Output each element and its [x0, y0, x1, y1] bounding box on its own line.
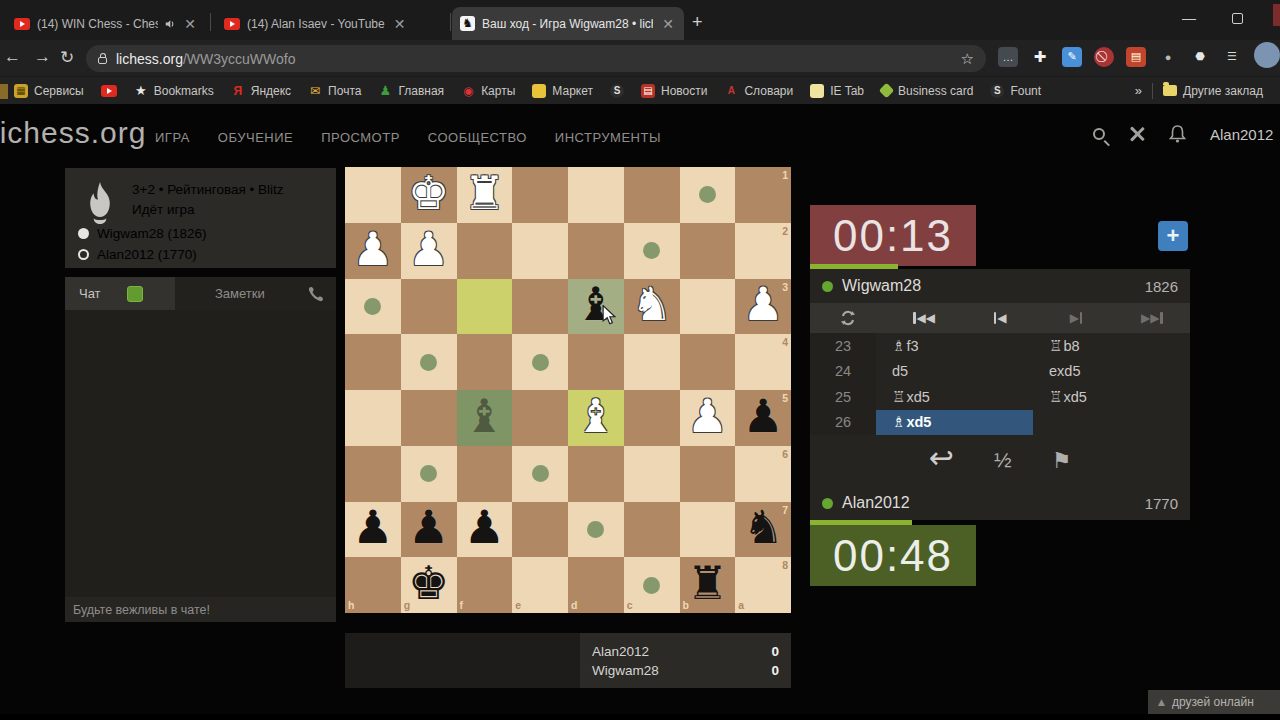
- square-h4[interactable]: [345, 334, 401, 390]
- white-player-line[interactable]: Wigwam28 (1826): [78, 226, 207, 241]
- square-f8[interactable]: f: [457, 557, 513, 613]
- market-bag-icon: [532, 84, 546, 98]
- move-number: 24: [810, 359, 876, 385]
- white-pawn[interactable]: ♟: [687, 393, 728, 439]
- bookmark-label: Почта: [328, 84, 361, 98]
- player-clock: 00:48: [810, 525, 976, 586]
- square-e1[interactable]: [512, 167, 568, 223]
- square-h7[interactable]: ♟: [345, 502, 401, 558]
- square-d1[interactable]: [568, 167, 624, 223]
- rank-coordinate: 6: [782, 448, 788, 460]
- news-icon: ▤: [641, 84, 655, 98]
- flip-cycle-icon[interactable]: [810, 303, 886, 333]
- rank-coordinate: 3: [782, 281, 788, 293]
- page-icon: [810, 84, 824, 98]
- opponent-clock: 00:13: [810, 205, 976, 266]
- legal-move-dot[interactable]: [364, 298, 381, 315]
- bookmarks-overflow-chevron[interactable]: »: [1135, 83, 1152, 98]
- friends-online-bar[interactable]: ▲ друзей онлайн: [1148, 690, 1280, 714]
- legal-move-dot[interactable]: [643, 242, 660, 259]
- lichess-logo[interactable]: lichess.org: [0, 116, 146, 150]
- tab-close-icon[interactable]: ✕: [392, 16, 408, 32]
- youtube-favicon: [14, 18, 30, 30]
- extension-dots-icon[interactable]: …: [998, 47, 1018, 67]
- square-a7[interactable]: ♞7: [735, 502, 791, 558]
- black-pawn[interactable]: ♟: [408, 504, 449, 550]
- legal-move-dot[interactable]: [532, 465, 549, 482]
- offer-draw-button[interactable]: ½: [994, 448, 1012, 472]
- crosstable-score: 0: [771, 663, 779, 678]
- online-dot: [822, 281, 833, 292]
- bookmark-label: Яндекс: [251, 84, 291, 98]
- square-d2[interactable]: [568, 223, 624, 279]
- mouse-cursor-icon: [601, 305, 617, 325]
- bookmark-star-icon[interactable]: ☆: [961, 50, 974, 68]
- bookmark-label: Карты: [481, 84, 515, 98]
- bookmark-label: Маркет: [552, 84, 593, 98]
- move-list: 23♗f3♖b824d5exd525♖xd5♖xd526♗xd5: [810, 333, 1190, 435]
- square-g6[interactable]: [401, 446, 457, 502]
- square-b2[interactable]: [680, 223, 736, 279]
- star-icon: ★: [134, 84, 148, 98]
- square-c6[interactable]: [624, 446, 680, 502]
- extensions-puzzle-icon[interactable]: ⬣: [1190, 47, 1210, 67]
- square-a1[interactable]: 1: [735, 167, 791, 223]
- bookmark-label: Сервисы: [34, 84, 84, 98]
- bookmark-item[interactable]: ◉Карты: [461, 84, 515, 98]
- online-dot: [822, 498, 833, 509]
- square-a3[interactable]: ♟3: [735, 279, 791, 335]
- url-host: lichess.org: [116, 51, 183, 67]
- square-f3[interactable]: [457, 279, 513, 335]
- piece-figurine: ♖: [1049, 388, 1062, 406]
- square-a2[interactable]: 2: [735, 223, 791, 279]
- square-g3[interactable]: [401, 279, 457, 335]
- bookmark-item[interactable]: ♟Главная: [378, 84, 444, 98]
- window-minimize-button[interactable]: —: [1182, 10, 1196, 26]
- map-pin-icon: ◉: [461, 84, 475, 98]
- file-coordinate: h: [348, 599, 354, 611]
- square-g2[interactable]: ♟: [401, 223, 457, 279]
- move-number: 25: [810, 384, 876, 410]
- tab-chat[interactable]: Чат: [65, 277, 175, 310]
- tab-separator: [450, 13, 451, 31]
- chat-messages-area[interactable]: [65, 310, 336, 597]
- square-e5[interactable]: [512, 390, 568, 446]
- yandex-icon: Я: [231, 84, 245, 98]
- square-f7[interactable]: ♟: [457, 502, 513, 558]
- services-icon: ▦: [14, 84, 28, 98]
- file-coordinate: a: [738, 599, 744, 611]
- square-f5[interactable]: ♝: [457, 390, 513, 446]
- window-restore-button[interactable]: [1232, 13, 1243, 24]
- phone-icon: [308, 286, 324, 302]
- bookmark-label: IE Tab: [830, 84, 864, 98]
- dictionary-icon: A: [724, 84, 738, 98]
- bookmarks-bar: ▦Сервисы★BookmarksЯЯндекс✉Почта♟Главная◉…: [0, 76, 1280, 104]
- legal-move-dot[interactable]: [587, 521, 604, 538]
- s-circle-icon: S: [990, 84, 1004, 98]
- square-f2[interactable]: [457, 223, 513, 279]
- tab-close-icon[interactable]: ✕: [182, 16, 198, 32]
- white-rook[interactable]: ♜: [464, 170, 505, 216]
- white-knight[interactable]: ♞: [631, 281, 672, 327]
- white-pawn[interactable]: ♟: [408, 226, 449, 272]
- browser-tab-strip: (14) WIN Chess - Chess Musi✕(14) Alan Is…: [0, 0, 1280, 40]
- bookmark-item[interactable]: ЯЯндекс: [231, 84, 291, 98]
- black-color-icon: [78, 249, 89, 260]
- move-san[interactable]: ♖xd5: [1033, 384, 1190, 410]
- square-h6[interactable]: [345, 446, 401, 502]
- black-pawn[interactable]: ♟: [464, 504, 505, 550]
- square-b8[interactable]: ♜b: [680, 557, 736, 613]
- opponent-row[interactable]: Wigwam28 1826: [810, 269, 1190, 303]
- tab-close-icon[interactable]: ✕: [660, 16, 676, 32]
- move-number: 23: [810, 333, 876, 359]
- pawn-icon: ♟: [378, 84, 392, 98]
- resign-flag-icon[interactable]: ⚑: [1051, 448, 1071, 473]
- folder-icon: [1163, 85, 1177, 96]
- rank-coordinate: 2: [782, 225, 788, 237]
- square-b5[interactable]: ♟: [680, 390, 736, 446]
- youtube-icon: [101, 85, 117, 97]
- profile-avatar[interactable]: [1254, 42, 1280, 68]
- square-c7[interactable]: [624, 502, 680, 558]
- browser-tab[interactable]: (14) Alan Isaev - YouTube✕: [216, 7, 446, 40]
- square-d4[interactable]: [568, 334, 624, 390]
- white-pawn[interactable]: ♟: [352, 226, 393, 272]
- square-a4[interactable]: 4: [735, 334, 791, 390]
- new-tab-button[interactable]: +: [692, 12, 703, 33]
- reload-icon[interactable]: ↻: [60, 47, 74, 68]
- file-coordinate: c: [627, 599, 633, 611]
- file-coordinate: b: [683, 599, 689, 611]
- move-san[interactable]: exd5: [1033, 359, 1190, 385]
- square-h3[interactable]: [345, 279, 401, 335]
- piece-figurine: ♗: [892, 337, 905, 355]
- file-coordinate: d: [571, 599, 577, 611]
- search-icon[interactable]: [1093, 128, 1105, 140]
- square-d8[interactable]: d: [568, 557, 624, 613]
- square-h8[interactable]: h: [345, 557, 401, 613]
- white-pawn[interactable]: ♟: [743, 281, 784, 327]
- tab-title: (14) Alan Isaev - YouTube: [247, 17, 385, 31]
- move-san[interactable]: ♖b8: [1033, 333, 1190, 359]
- bookmark-item[interactable]: SFount: [990, 84, 1041, 98]
- playlist-icon[interactable]: ☰: [1222, 47, 1242, 67]
- file-coordinate: e: [515, 599, 521, 611]
- square-c1[interactable]: [624, 167, 680, 223]
- piece-figurine: ♖: [892, 388, 905, 406]
- extension-adblock-icon[interactable]: ⃠: [1094, 47, 1114, 67]
- challenges-swords-icon[interactable]: [1129, 126, 1145, 142]
- square-a6[interactable]: 6: [735, 446, 791, 502]
- square-e3[interactable]: [512, 279, 568, 335]
- square-g7[interactable]: ♟: [401, 502, 457, 558]
- white-bishop[interactable]: ♝: [575, 393, 616, 439]
- legal-move-dot[interactable]: [420, 354, 437, 371]
- extension-store-icon[interactable]: ▤: [1126, 47, 1146, 67]
- site-nav-обучение[interactable]: ОБУЧЕНИЕ: [218, 130, 293, 145]
- back-icon[interactable]: ←: [4, 47, 21, 67]
- tab-title: (14) WIN Chess - Chess Musi: [37, 17, 158, 31]
- tab-speaker-icon[interactable]: [165, 18, 176, 30]
- square-a8[interactable]: a8: [735, 557, 791, 613]
- square-h1[interactable]: [345, 167, 401, 223]
- bookmark-item[interactable]: ▤Новости: [641, 84, 707, 98]
- black-king[interactable]: ♚: [408, 560, 449, 606]
- bookmark-item[interactable]: [101, 85, 117, 97]
- youtube-favicon: [224, 18, 240, 30]
- square-g5[interactable]: [401, 390, 457, 446]
- legal-move-dot[interactable]: [420, 465, 437, 482]
- file-coordinate: f: [460, 599, 464, 611]
- legal-move-dot[interactable]: [699, 186, 716, 203]
- notifications-bell-icon[interactable]: [1169, 125, 1186, 143]
- move-row: 26♗xd5: [810, 410, 1190, 436]
- white-king[interactable]: ♚: [408, 170, 449, 216]
- bookmark-item[interactable]: Маркет: [532, 84, 593, 98]
- square-b7[interactable]: [680, 502, 736, 558]
- browser-tab[interactable]: (14) WIN Chess - Chess Musi✕: [6, 7, 206, 40]
- url-path: /WW3yccuWWofo: [183, 51, 296, 67]
- site-nav-сообщество[interactable]: СООБЩЕСТВО: [428, 130, 527, 145]
- square-c5[interactable]: [624, 390, 680, 446]
- move-row: 23♗f3♖b8: [810, 333, 1190, 359]
- chat-notice: Будьте вежливы в чате!: [65, 597, 336, 622]
- site-nav-инструменты[interactable]: ИНСТРУМЕНТЫ: [555, 130, 661, 145]
- bookmark-label: Новости: [661, 84, 707, 98]
- forward-icon[interactable]: →: [34, 47, 51, 67]
- rank-coordinate: 1: [782, 169, 788, 181]
- square-e2[interactable]: [512, 223, 568, 279]
- last-move-button[interactable]: ▶▶: [1114, 303, 1190, 333]
- square-g8[interactable]: ♚g: [401, 557, 457, 613]
- square-h2[interactable]: ♟: [345, 223, 401, 279]
- url-field[interactable]: lichess.org/WW3yccuWWofo ☆: [86, 45, 986, 72]
- bookmark-item[interactable]: ★Bookmarks: [134, 84, 214, 98]
- square-f1[interactable]: ♜: [457, 167, 513, 223]
- square-d5[interactable]: ♝: [568, 390, 624, 446]
- other-bookmarks-folder[interactable]: Другие заклад: [1163, 84, 1263, 98]
- black-bishop[interactable]: ♝: [464, 393, 505, 439]
- square-b3[interactable]: [680, 279, 736, 335]
- rank-coordinate: 7: [782, 504, 788, 516]
- file-coordinate: g: [404, 599, 410, 611]
- bookmark-label: Business card: [898, 84, 973, 98]
- window-close-button[interactable]: [1273, 4, 1280, 26]
- bookmark-item[interactable]: Business card: [881, 84, 973, 98]
- move-nav-bar: ◀◀ ◀ ▶ ▶▶: [810, 303, 1190, 333]
- square-e4[interactable]: [512, 334, 568, 390]
- tag-icon: [879, 83, 895, 99]
- tab-notes[interactable]: Заметки: [175, 277, 336, 310]
- browser-tab[interactable]: ♞Ваш ход - Игра Wigwam28 • lich✕: [452, 7, 684, 40]
- move-row: 25♖xd5♖xd5: [810, 384, 1190, 410]
- bookmark-label: Словари: [744, 84, 793, 98]
- move-san[interactable]: ♗f3: [876, 333, 1033, 359]
- first-move-button[interactable]: ◀◀: [886, 303, 962, 333]
- bookmark-item[interactable]: AСловари: [724, 84, 793, 98]
- move-san[interactable]: ♖xd5: [876, 384, 1033, 410]
- crosstable-player: Wigwam28: [592, 663, 659, 678]
- extension-pin-icon[interactable]: ●: [1158, 47, 1178, 67]
- black-pawn[interactable]: ♟: [352, 504, 393, 550]
- square-c2[interactable]: [624, 223, 680, 279]
- bookmark-label: Главная: [398, 84, 444, 98]
- square-e8[interactable]: e: [512, 557, 568, 613]
- crosstable-player: Alan2012: [592, 644, 649, 659]
- bookmark-item[interactable]: IE Tab: [810, 84, 864, 98]
- give-time-button[interactable]: +: [1158, 221, 1188, 251]
- square-d7[interactable]: [568, 502, 624, 558]
- game-status-line: Идёт игра: [132, 202, 195, 217]
- square-h5[interactable]: [345, 390, 401, 446]
- blitz-flame-icon: [83, 182, 117, 224]
- crosstable-row: Wigwam280: [592, 663, 779, 678]
- cut-off-bookmark-icon: [0, 84, 8, 99]
- tab-title: Ваш ход - Игра Wigwam28 • lich: [482, 17, 653, 31]
- bookmark-item[interactable]: ✉Почта: [308, 84, 361, 98]
- white-color-icon: [78, 228, 89, 239]
- extension-icons: … ✚ ✎ ⃠ ▤ ● ⬣ ☰: [998, 45, 1280, 68]
- site-nav: ИГРАОБУЧЕНИЕПРОСМОТРСООБЩЕСТВОИНСТРУМЕНТ…: [155, 130, 661, 145]
- square-f4[interactable]: [457, 334, 513, 390]
- square-b4[interactable]: [680, 334, 736, 390]
- crosstable-row: Alan20120: [592, 644, 779, 659]
- chevron-up-icon: ▲: [1158, 697, 1165, 707]
- s-circle-icon: S: [610, 84, 624, 98]
- square-a5[interactable]: ♟5: [735, 390, 791, 446]
- square-b1[interactable]: [680, 167, 736, 223]
- extension-cross-icon[interactable]: ✚: [1030, 47, 1050, 67]
- next-move-button[interactable]: ▶: [1038, 303, 1114, 333]
- black-rook[interactable]: ♜: [687, 560, 728, 606]
- bookmarks-divider: [1152, 83, 1153, 99]
- rank-coordinate: 8: [782, 559, 788, 571]
- prev-move-button[interactable]: ◀: [962, 303, 1038, 333]
- square-g4[interactable]: [401, 334, 457, 390]
- chat-toggle[interactable]: [127, 286, 143, 302]
- crosstable-score: 0: [771, 644, 779, 659]
- bottom-strip: [0, 714, 1280, 720]
- move-san: [1033, 410, 1190, 436]
- lock-icon: [98, 57, 107, 64]
- move-row: 24d5exd5: [810, 359, 1190, 385]
- takeback-icon[interactable]: ↩: [929, 440, 954, 475]
- bookmark-label: Bookmarks: [154, 84, 214, 98]
- piece-figurine: ♗: [892, 413, 905, 431]
- square-f6[interactable]: [457, 446, 513, 502]
- square-d3[interactable]: ♝: [568, 279, 624, 335]
- square-d6[interactable]: [568, 446, 624, 502]
- square-e6[interactable]: [512, 446, 568, 502]
- bookmark-item[interactable]: ▦Сервисы: [14, 84, 84, 98]
- square-e7[interactable]: [512, 502, 568, 558]
- legal-move-dot[interactable]: [532, 354, 549, 371]
- move-number: 26: [810, 410, 876, 436]
- action-buttons: ↩ ½ ⚑: [810, 434, 1190, 486]
- site-nav-игра[interactable]: ИГРА: [155, 130, 190, 145]
- square-g1[interactable]: ♚: [401, 167, 457, 223]
- screen: (14) WIN Chess - Chess Musi✕(14) Alan Is…: [0, 0, 1280, 720]
- player-row[interactable]: Alan2012 1770: [810, 486, 1190, 520]
- game-panel: Wigwam28 1826 ◀◀ ◀ ▶ ▶▶ 23♗f3♖b824d5exd5…: [810, 269, 1190, 520]
- site-nav-просмотр[interactable]: ПРОСМОТР: [321, 130, 400, 145]
- square-b6[interactable]: [680, 446, 736, 502]
- crosstable: Alan20120Wigwam280: [345, 633, 791, 688]
- mail-icon: ✉: [308, 84, 322, 98]
- move-san[interactable]: ♗xd5: [876, 410, 1033, 436]
- move-san[interactable]: d5: [876, 359, 1033, 385]
- bookmark-item[interactable]: S: [610, 84, 624, 98]
- piece-figurine: ♖: [1049, 337, 1062, 355]
- username-menu[interactable]: Alan2012: [1210, 126, 1273, 143]
- bookmark-label: Fount: [1010, 84, 1041, 98]
- crosstable-empty: [345, 633, 580, 688]
- square-c8[interactable]: c: [624, 557, 680, 613]
- black-pawn[interactable]: ♟: [743, 393, 784, 439]
- chess-board[interactable]: ♚♜1♟♟2♝♞♟34♝♝♟♟56♟♟♟♞7h♚gfedc♜ba8: [345, 167, 791, 613]
- black-player-line[interactable]: Alan2012 (1770): [78, 247, 197, 262]
- tab-separator: [210, 13, 211, 31]
- lichess-favicon: ♞: [460, 16, 475, 31]
- rank-coordinate: 4: [782, 336, 788, 348]
- crosstable-scores: Alan20120Wigwam280: [580, 633, 791, 688]
- extension-pencil-icon[interactable]: ✎: [1062, 47, 1082, 67]
- square-c3[interactable]: ♞: [624, 279, 680, 335]
- square-c4[interactable]: [624, 334, 680, 390]
- rank-coordinate: 5: [782, 392, 788, 404]
- time-control-line: 3+2 • Рейтинговая • Blitz: [132, 182, 283, 197]
- legal-move-dot[interactable]: [643, 577, 660, 594]
- black-knight[interactable]: ♞: [743, 504, 784, 550]
